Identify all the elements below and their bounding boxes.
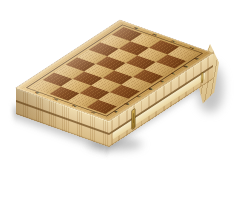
clasp-pin-icon: [133, 113, 134, 123]
coordinate-label: d: [147, 87, 154, 90]
coordinate-label: 3: [52, 98, 59, 101]
brass-hinge-pin: [201, 71, 204, 84]
product-photo-scene: abcdefgh44332211: [0, 0, 240, 212]
coordinate-label: h: [193, 57, 200, 60]
brass-clasp: [132, 108, 136, 130]
coordinate-label: e: [158, 80, 165, 83]
coordinate-label: c: [135, 95, 141, 98]
coordinate-label: b: [124, 103, 131, 106]
coordinate-label: 2: [71, 105, 78, 108]
coordinate-label: a: [112, 110, 119, 113]
coordinate-label: 1: [90, 111, 97, 114]
coordinate-label: g: [181, 65, 188, 68]
coordinate-label: 4: [34, 91, 41, 94]
coordinate-label: f: [170, 73, 176, 75]
